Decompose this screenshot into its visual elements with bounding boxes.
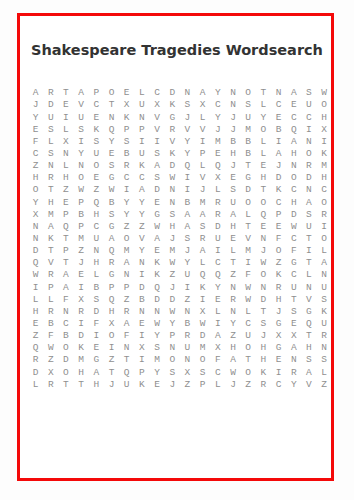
grid-cell: T <box>301 233 316 245</box>
grid-cell: W <box>241 281 256 293</box>
grid-cell: C <box>286 233 301 245</box>
grid-cell: F <box>89 318 104 330</box>
grid-cell: E <box>225 172 240 184</box>
grid-cell: S <box>301 354 316 366</box>
grid-cell: N <box>301 281 316 293</box>
grid-cell: N <box>89 245 104 257</box>
grid-cell: O <box>256 269 271 281</box>
grid-cell: W <box>43 342 58 354</box>
grid-cell: E <box>286 318 301 330</box>
grid-cell: J <box>225 123 240 135</box>
grid-cell: N <box>317 269 332 281</box>
grid-cell: D <box>241 184 256 196</box>
grid-cell: R <box>210 196 225 208</box>
grid-cell: B <box>104 196 119 208</box>
grid-cell: N <box>301 136 316 148</box>
grid-cell: Q <box>28 342 43 354</box>
grid-cell: M <box>195 342 210 354</box>
grid-cell: C <box>286 184 301 196</box>
grid-cell: B <box>271 123 286 135</box>
grid-cell: K <box>134 378 149 390</box>
grid-cell: I <box>134 269 149 281</box>
grid-cell: Q <box>195 269 210 281</box>
grid-cell: T <box>241 354 256 366</box>
grid-cell: Y <box>150 330 165 342</box>
grid-cell: R <box>43 306 58 318</box>
grid-cell: O <box>89 160 104 172</box>
grid-cell: T <box>241 160 256 172</box>
grid-cell: J <box>225 160 240 172</box>
grid-cell: O <box>195 354 210 366</box>
grid-cell: S <box>301 208 316 220</box>
grid-cell: N <box>180 306 195 318</box>
grid-cell: E <box>210 293 225 305</box>
grid-cell: L <box>210 306 225 318</box>
grid-cell: D <box>210 221 225 233</box>
grid-cell: I <box>104 342 119 354</box>
grid-cell: I <box>241 257 256 269</box>
grid-cell: I <box>317 136 332 148</box>
grid-cell: E <box>286 99 301 111</box>
grid-cell: K <box>150 269 165 281</box>
grid-cell: A <box>58 281 73 293</box>
grid-cell: G <box>271 342 286 354</box>
grid-cell: C <box>89 99 104 111</box>
grid-cell: R <box>271 281 286 293</box>
grid-cell: T <box>43 245 58 257</box>
grid-cell: Y <box>180 257 195 269</box>
grid-cell: S <box>195 221 210 233</box>
grid-cell: H <box>301 342 316 354</box>
grid-cell: G <box>286 257 301 269</box>
grid-cell: B <box>241 136 256 148</box>
grid-cell: Z <box>43 354 58 366</box>
grid-cell: V <box>150 123 165 135</box>
grid-cell: P <box>74 196 89 208</box>
grid-cell: O <box>256 196 271 208</box>
page-title: Shakespeare Tragedies Wordsearch <box>20 42 334 58</box>
grid-cell: T <box>58 378 73 390</box>
grid-cell: Z <box>58 184 73 196</box>
grid-cell: E <box>28 318 43 330</box>
grid-cell: A <box>271 148 286 160</box>
grid-cell: V <box>74 99 89 111</box>
grid-cell: N <box>225 99 240 111</box>
grid-cell: L <box>195 111 210 123</box>
grid-cell: L <box>195 257 210 269</box>
grid-cell: D <box>165 293 180 305</box>
grid-cell: B <box>180 318 195 330</box>
grid-cell: M <box>74 354 89 366</box>
grid-cell: B <box>119 148 134 160</box>
grid-cell: K <box>195 281 210 293</box>
grid-cell: X <box>74 293 89 305</box>
grid-cell: R <box>195 233 210 245</box>
grid-cell: A <box>89 366 104 378</box>
grid-cell: T <box>256 87 271 99</box>
grid-cell: P <box>58 245 73 257</box>
grid-cell: Z <box>317 378 332 390</box>
grid-cell: C <box>28 148 43 160</box>
grid-cell: F <box>58 293 73 305</box>
grid-cell: F <box>43 330 58 342</box>
grid-cell: I <box>301 245 316 257</box>
grid-cell: N <box>28 221 43 233</box>
grid-cell: D <box>271 172 286 184</box>
grid-cell: B <box>43 318 58 330</box>
grid-cell: H <box>256 354 271 366</box>
grid-cell: W <box>195 318 210 330</box>
grid-cell: A <box>195 245 210 257</box>
grid-cell: N <box>165 196 180 208</box>
grid-cell: D <box>28 366 43 378</box>
grid-cell: T <box>241 221 256 233</box>
grid-cell: D <box>150 293 165 305</box>
grid-cell: D <box>28 245 43 257</box>
grid-cell: E <box>150 196 165 208</box>
grid-cell: A <box>180 221 195 233</box>
grid-cell: N <box>256 281 271 293</box>
grid-cell: M <box>241 245 256 257</box>
grid-cell: Z <box>225 269 240 281</box>
grid-cell: M <box>150 354 165 366</box>
grid-cell: W <box>165 257 180 269</box>
grid-cell: O <box>241 342 256 354</box>
grid-cell: Y <box>28 111 43 123</box>
grid-cell: A <box>28 87 43 99</box>
grid-cell: Z <box>165 269 180 281</box>
grid-cell: N <box>180 354 195 366</box>
grid-cell: X <box>150 99 165 111</box>
grid-cell: J <box>165 281 180 293</box>
grid-cell: E <box>58 99 73 111</box>
grid-cell: U <box>241 111 256 123</box>
grid-cell: S <box>165 366 180 378</box>
grid-cell: R <box>119 160 134 172</box>
grid-cell: J <box>104 378 119 390</box>
grid-cell: G <box>165 111 180 123</box>
grid-cell: I <box>180 281 195 293</box>
grid-cell: Y <box>28 196 43 208</box>
grid-cell: A <box>134 184 149 196</box>
grid-cell: I <box>134 136 149 148</box>
grid-cell: N <box>28 233 43 245</box>
grid-cell: E <box>271 111 286 123</box>
grid-cell: M <box>119 245 134 257</box>
grid-cell: S <box>89 293 104 305</box>
grid-cell: J <box>28 99 43 111</box>
grid-cell: C <box>286 269 301 281</box>
grid-cell: E <box>28 123 43 135</box>
grid-cell: U <box>43 111 58 123</box>
grid-cell: K <box>317 148 332 160</box>
grid-cell: N <box>119 269 134 281</box>
grid-cell: C <box>134 172 149 184</box>
grid-cell: T <box>119 354 134 366</box>
grid-cell: P <box>195 378 210 390</box>
grid-cell: Z <box>119 293 134 305</box>
grid-cell: P <box>271 208 286 220</box>
grid-cell: K <box>119 111 134 123</box>
grid-cell: G <box>104 172 119 184</box>
wordsearch-grid: ARTAPOELCDNAYNOTNASWJDEVCTXUXKSXCNSLCEUO… <box>28 87 332 391</box>
worksheet-page: Shakespeare Tragedies Wordsearch ARTAPOE… <box>0 0 354 500</box>
grid-cell: T <box>104 99 119 111</box>
grid-cell: H <box>225 342 240 354</box>
grid-cell: H <box>286 148 301 160</box>
grid-cell: Z <box>225 330 240 342</box>
grid-cell: K <box>271 269 286 281</box>
grid-cell: Y <box>256 111 271 123</box>
grid-cell: H <box>58 172 73 184</box>
grid-cell: E <box>150 378 165 390</box>
grid-cell: O <box>104 330 119 342</box>
grid-cell: T <box>43 184 58 196</box>
grid-cell: A <box>119 318 134 330</box>
grid-cell: Q <box>210 160 225 172</box>
grid-cell: S <box>150 148 165 160</box>
grid-cell: Z <box>28 330 43 342</box>
grid-cell: L <box>317 245 332 257</box>
grid-cell: I <box>119 184 134 196</box>
grid-cell: U <box>301 99 316 111</box>
grid-cell: P <box>74 221 89 233</box>
grid-cell: U <box>241 330 256 342</box>
grid-cell: T <box>104 366 119 378</box>
grid-cell: W <box>165 306 180 318</box>
grid-cell: S <box>195 366 210 378</box>
grid-cell: M <box>241 123 256 135</box>
grid-cell: O <box>241 87 256 99</box>
grid-cell: C <box>271 196 286 208</box>
grid-cell: D <box>195 330 210 342</box>
grid-cell: Y <box>74 148 89 160</box>
grid-cell: M <box>74 233 89 245</box>
grid-cell: X <box>195 99 210 111</box>
grid-cell: J <box>271 160 286 172</box>
grid-cell: Z <box>180 293 195 305</box>
grid-cell: E <box>74 269 89 281</box>
grid-cell: I <box>28 281 43 293</box>
grid-cell: L <box>43 293 58 305</box>
grid-cell: H <box>89 378 104 390</box>
grid-cell: E <box>134 318 149 330</box>
grid-cell: W <box>225 366 240 378</box>
grid-cell: X <box>180 366 195 378</box>
grid-cell: S <box>43 123 58 135</box>
grid-cell: Z <box>180 378 195 390</box>
grid-cell: Q <box>104 293 119 305</box>
grid-cell: Z <box>28 160 43 172</box>
grid-cell: D <box>58 354 73 366</box>
grid-cell: N <box>104 111 119 123</box>
grid-cell: U <box>225 196 240 208</box>
grid-cell: N <box>165 184 180 196</box>
grid-cell: S <box>119 136 134 148</box>
grid-cell: Z <box>74 245 89 257</box>
grid-cell: A <box>286 87 301 99</box>
grid-cell: U <box>119 378 134 390</box>
grid-cell: E <box>89 111 104 123</box>
grid-cell: P <box>104 281 119 293</box>
grid-cell: O <box>165 354 180 366</box>
grid-cell: S <box>150 342 165 354</box>
grid-cell: M <box>43 208 58 220</box>
grid-cell: K <box>134 160 149 172</box>
grid-cell: I <box>271 366 286 378</box>
grid-cell: V <box>180 123 195 135</box>
grid-cell: B <box>89 281 104 293</box>
grid-cell: E <box>58 196 73 208</box>
grid-cell: S <box>43 148 58 160</box>
grid-cell: O <box>256 123 271 135</box>
grid-cell: S <box>180 99 195 111</box>
grid-cell: A <box>58 269 73 281</box>
grid-cell: D <box>165 87 180 99</box>
grid-cell: A <box>210 330 225 342</box>
grid-cell: M <box>317 160 332 172</box>
grid-cell: O <box>241 366 256 378</box>
grid-cell: R <box>180 330 195 342</box>
grid-cell: X <box>119 99 134 111</box>
grid-cell: H <box>225 148 240 160</box>
grid-cell: O <box>74 172 89 184</box>
grid-cell: O <box>301 148 316 160</box>
grid-cell: W <box>74 184 89 196</box>
grid-cell: Y <box>210 111 225 123</box>
grid-cell: C <box>210 257 225 269</box>
grid-cell: N <box>58 148 73 160</box>
grid-cell: Z <box>271 257 286 269</box>
grid-cell: I <box>180 184 195 196</box>
grid-cell: Q <box>180 160 195 172</box>
grid-cell: I <box>210 318 225 330</box>
grid-cell: I <box>89 330 104 342</box>
grid-cell: S <box>104 160 119 172</box>
grid-cell: Y <box>134 196 149 208</box>
grid-cell: Y <box>210 87 225 99</box>
grid-cell: A <box>119 257 134 269</box>
grid-cell: E <box>271 354 286 366</box>
grid-cell: J <box>165 378 180 390</box>
grid-cell: N <box>58 306 73 318</box>
grid-cell: N <box>225 87 240 99</box>
grid-cell: Q <box>119 366 134 378</box>
grid-cell: Q <box>28 257 43 269</box>
grid-cell: T <box>58 233 73 245</box>
grid-cell: F <box>271 233 286 245</box>
grid-cell: D <box>286 208 301 220</box>
grid-cell: J <box>225 378 240 390</box>
grid-cell: L <box>28 293 43 305</box>
grid-cell: Y <box>134 208 149 220</box>
grid-cell: L <box>210 378 225 390</box>
grid-cell: V <box>195 123 210 135</box>
grid-cell: S <box>317 293 332 305</box>
grid-cell: H <box>286 196 301 208</box>
grid-cell: O <box>119 233 134 245</box>
grid-cell: K <box>271 184 286 196</box>
grid-cell: Y <box>104 136 119 148</box>
grid-cell: H <box>271 293 286 305</box>
grid-cell: Y <box>119 196 134 208</box>
grid-cell: A <box>43 221 58 233</box>
grid-cell: S <box>74 123 89 135</box>
grid-cell: N <box>256 233 271 245</box>
grid-cell: V <box>134 233 149 245</box>
grid-cell: S <box>180 233 195 245</box>
grid-cell: R <box>104 257 119 269</box>
grid-cell: V <box>150 111 165 123</box>
grid-cell: C <box>301 111 316 123</box>
grid-cell: U <box>317 318 332 330</box>
grid-cell: X <box>104 318 119 330</box>
grid-cell: N <box>43 160 58 172</box>
grid-cell: N <box>286 354 301 366</box>
grid-cell: M <box>165 245 180 257</box>
grid-cell: A <box>286 342 301 354</box>
grid-cell: K <box>74 342 89 354</box>
grid-cell: I <box>195 136 210 148</box>
grid-cell: Q <box>89 196 104 208</box>
grid-cell: S <box>225 184 240 196</box>
grid-cell: O <box>58 366 73 378</box>
grid-cell: S <box>317 354 332 366</box>
grid-cell: E <box>89 342 104 354</box>
grid-cell: H <box>225 221 240 233</box>
grid-cell: O <box>286 172 301 184</box>
grid-cell: X <box>210 342 225 354</box>
grid-cell: Z <box>241 378 256 390</box>
grid-cell: U <box>286 281 301 293</box>
grid-cell: J <box>271 306 286 318</box>
grid-cell: F <box>286 245 301 257</box>
grid-cell: W <box>256 257 271 269</box>
grid-cell: P <box>119 123 134 135</box>
grid-cell: A <box>195 87 210 99</box>
grid-cell: C <box>89 221 104 233</box>
grid-cell: R <box>286 366 301 378</box>
grid-cell: A <box>180 208 195 220</box>
grid-cell: P <box>89 87 104 99</box>
grid-cell: D <box>134 281 149 293</box>
grid-cell: L <box>317 366 332 378</box>
grid-cell: N <box>271 87 286 99</box>
grid-cell: R <box>43 172 58 184</box>
grid-cell: O <box>317 196 332 208</box>
grid-cell: B <box>225 136 240 148</box>
grid-cell: W <box>286 221 301 233</box>
grid-cell: E <box>150 245 165 257</box>
grid-cell: C <box>210 366 225 378</box>
grid-cell: W <box>150 318 165 330</box>
grid-cell: K <box>89 123 104 135</box>
grid-cell: R <box>317 208 332 220</box>
grid-cell: X <box>43 366 58 378</box>
grid-cell: B <box>74 208 89 220</box>
grid-cell: E <box>225 233 240 245</box>
grid-cell: Y <box>225 318 240 330</box>
grid-cell: H <box>317 111 332 123</box>
grid-cell: G <box>104 269 119 281</box>
grid-cell: R <box>165 123 180 135</box>
grid-cell: U <box>89 233 104 245</box>
grid-cell: I <box>134 330 149 342</box>
grid-cell: T <box>256 184 271 196</box>
grid-cell: T <box>301 330 316 342</box>
grid-cell: Q <box>301 318 316 330</box>
grid-cell: F <box>28 136 43 148</box>
